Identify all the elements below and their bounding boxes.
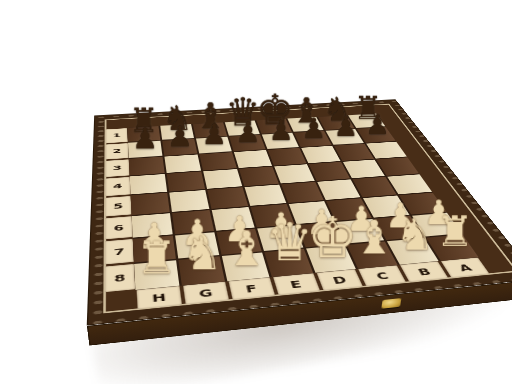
rank-label-3: 3	[105, 159, 129, 177]
chess-board-box: 12345678 HGFEDCBA ♜♞♝♛♚♝♞♜♟♟♟♟♟♟♟♟♟♟♟♟♟♟…	[87, 99, 512, 325]
square-c3	[301, 146, 340, 163]
square-d5	[281, 182, 324, 203]
square-c5	[317, 179, 360, 200]
square-h2: ♟	[128, 141, 162, 158]
brass-clasp-icon	[381, 298, 401, 309]
square-e3	[234, 150, 272, 168]
photo-stage: 12345678 HGFEDCBA ♜♞♝♛♚♝♞♜♟♟♟♟♟♟♟♟♟♟♟♟♟♟…	[0, 0, 512, 384]
black-pawn-h2: ♟	[116, 125, 175, 152]
perspective-scene: 12345678 HGFEDCBA ♜♞♝♛♚♝♞♜♟♟♟♟♟♟♟♟♟♟♟♟♟♟…	[0, 0, 512, 384]
white-rook-h8: ♜	[118, 238, 195, 280]
square-g5	[169, 190, 209, 212]
rank-label-5: 5	[105, 196, 132, 217]
square-h8: ♜	[134, 260, 179, 290]
rank-label-4: 4	[105, 177, 130, 196]
square-d3	[268, 148, 307, 166]
